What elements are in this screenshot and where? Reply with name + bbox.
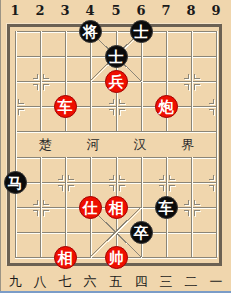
piece-red-elephant-b[interactable]: 相: [54, 246, 77, 269]
piece-red-advisor[interactable]: 仕: [79, 196, 102, 219]
window-left-edge: [0, 0, 1, 293]
piece-black-soldier[interactable]: 卒: [130, 221, 153, 244]
piece-red-cannon[interactable]: 炮: [155, 95, 178, 118]
piece-red-general[interactable]: 帅: [105, 246, 128, 269]
xiangqi-app-window: 123456789 楚河汉界 将士士兵车炮马仕相车卒相帅 九八七六五四三二一: [0, 0, 231, 293]
piece-red-soldier[interactable]: 兵: [105, 70, 128, 93]
piece-black-advisor-b[interactable]: 士: [105, 45, 128, 68]
piece-black-chariot[interactable]: 车: [155, 196, 178, 219]
piece-red-elephant-a[interactable]: 相: [105, 196, 128, 219]
piece-black-advisor-a[interactable]: 士: [130, 20, 153, 43]
piece-black-general[interactable]: 将: [79, 20, 102, 43]
piece-black-horse[interactable]: 马: [4, 171, 27, 194]
piece-red-chariot[interactable]: 车: [54, 95, 77, 118]
